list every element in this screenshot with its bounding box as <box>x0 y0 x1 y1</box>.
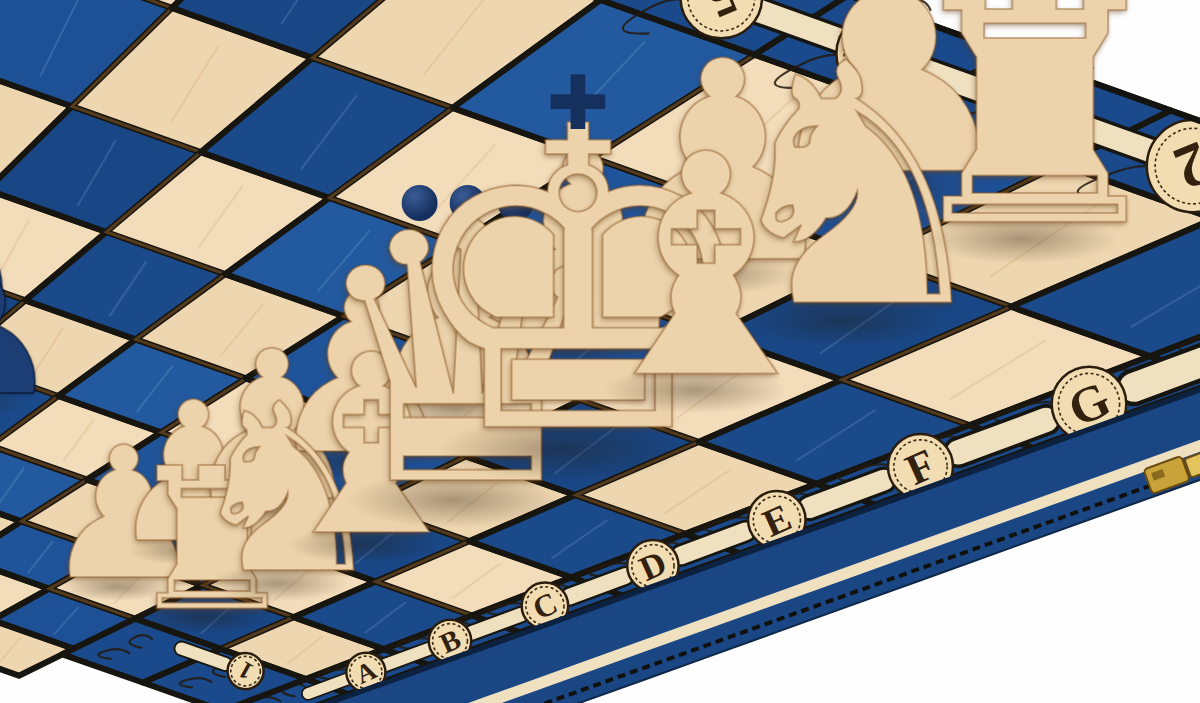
blue-pawn-glyph: ♟ <box>0 219 66 425</box>
chess-set-photo: ABCDEFG23451 ♜♞♝♛♚✚♝♞♜♟♟♟♟♟♟♟♟♟♟♟♟ <box>0 0 1200 703</box>
piece-blue-pawn[interactable]: ♟ <box>0 219 66 425</box>
white-rook-glyph: ♜ <box>889 0 1180 271</box>
rank-label-left-1: 1 <box>228 653 264 689</box>
piece-white-rook[interactable]: ♜ <box>889 0 1180 271</box>
